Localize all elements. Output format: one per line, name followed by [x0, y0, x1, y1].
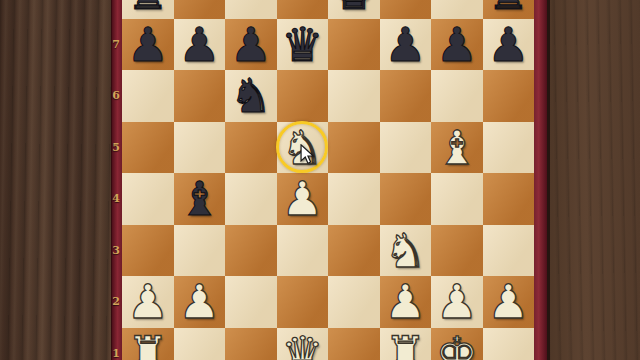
white-pawn-a2[interactable]: ♟: [122, 276, 174, 328]
square-c7[interactable]: ♟: [225, 19, 277, 71]
square-e3[interactable]: [328, 225, 380, 277]
rank-label-3: 3: [110, 244, 122, 257]
white-knight-f3[interactable]: ♞: [380, 225, 432, 277]
square-d2[interactable]: [277, 276, 329, 328]
white-pawn-d4[interactable]: ♟: [277, 173, 329, 225]
square-e2[interactable]: [328, 276, 380, 328]
black-rook-a8[interactable]: ♜: [122, 0, 174, 19]
square-b4[interactable]: ♝: [174, 173, 226, 225]
square-h7[interactable]: ♟: [483, 19, 535, 71]
black-bishop-b4[interactable]: ♝: [174, 173, 226, 225]
square-d1[interactable]: ♛: [277, 328, 329, 360]
square-e6[interactable]: [328, 70, 380, 122]
square-h5[interactable]: [483, 122, 535, 174]
square-f2[interactable]: ♟: [380, 276, 432, 328]
square-g5[interactable]: ♝: [431, 122, 483, 174]
square-c1[interactable]: [225, 328, 277, 360]
black-pawn-g7[interactable]: ♟: [431, 19, 483, 71]
mouse-cursor-icon: [300, 144, 315, 165]
chess-app-window: 7654321 ♜♚♜♟♟♟♛♟♟♟♞♞♝♝♟♞♟♟♟♟♟♜♛♜♚: [0, 0, 640, 360]
square-b7[interactable]: ♟: [174, 19, 226, 71]
square-g2[interactable]: ♟: [431, 276, 483, 328]
square-g7[interactable]: ♟: [431, 19, 483, 71]
square-d7[interactable]: ♛: [277, 19, 329, 71]
square-d6[interactable]: [277, 70, 329, 122]
square-f1[interactable]: ♜: [380, 328, 432, 360]
chess-board[interactable]: ♜♚♜♟♟♟♛♟♟♟♞♞♝♝♟♞♟♟♟♟♟♜♛♜♚: [122, 0, 534, 360]
square-f7[interactable]: ♟: [380, 19, 432, 71]
square-c5[interactable]: [225, 122, 277, 174]
square-b5[interactable]: [174, 122, 226, 174]
square-c2[interactable]: [225, 276, 277, 328]
board-frame-right: [533, 0, 550, 360]
square-a6[interactable]: [122, 70, 174, 122]
square-a7[interactable]: ♟: [122, 19, 174, 71]
square-c8[interactable]: [225, 0, 277, 19]
square-e7[interactable]: [328, 19, 380, 71]
square-c4[interactable]: [225, 173, 277, 225]
square-b3[interactable]: [174, 225, 226, 277]
black-pawn-b7[interactable]: ♟: [174, 19, 226, 71]
black-pawn-f7[interactable]: ♟: [380, 19, 432, 71]
black-rook-h8[interactable]: ♜: [483, 0, 535, 19]
square-a8[interactable]: ♜: [122, 0, 174, 19]
square-e5[interactable]: [328, 122, 380, 174]
white-rook-a1[interactable]: ♜: [122, 328, 174, 360]
white-queen-d1[interactable]: ♛: [277, 328, 329, 360]
square-d8[interactable]: [277, 0, 329, 19]
square-g1[interactable]: ♚: [431, 328, 483, 360]
square-d4[interactable]: ♟: [277, 173, 329, 225]
square-a4[interactable]: [122, 173, 174, 225]
square-g8[interactable]: [431, 0, 483, 19]
white-pawn-f2[interactable]: ♟: [380, 276, 432, 328]
square-h1[interactable]: [483, 328, 535, 360]
square-b6[interactable]: [174, 70, 226, 122]
square-e4[interactable]: [328, 173, 380, 225]
square-h3[interactable]: [483, 225, 535, 277]
square-d3[interactable]: [277, 225, 329, 277]
square-h4[interactable]: [483, 173, 535, 225]
rank-label-4: 4: [110, 192, 122, 205]
rank-label-1: 1: [110, 347, 122, 360]
white-rook-f1[interactable]: ♜: [380, 328, 432, 360]
rank-label-2: 2: [110, 295, 122, 308]
square-f5[interactable]: [380, 122, 432, 174]
square-b8[interactable]: [174, 0, 226, 19]
rank-label-6: 6: [110, 89, 122, 102]
black-queen-d7[interactable]: ♛: [277, 19, 329, 71]
square-g6[interactable]: [431, 70, 483, 122]
square-e1[interactable]: [328, 328, 380, 360]
square-a2[interactable]: ♟: [122, 276, 174, 328]
white-king-g1[interactable]: ♚: [431, 328, 483, 360]
square-f8[interactable]: [380, 0, 432, 19]
square-f3[interactable]: ♞: [380, 225, 432, 277]
black-pawn-h7[interactable]: ♟: [483, 19, 535, 71]
square-e8[interactable]: ♚: [328, 0, 380, 19]
white-pawn-b2[interactable]: ♟: [174, 276, 226, 328]
square-h2[interactable]: ♟: [483, 276, 535, 328]
wood-background-right: [549, 0, 640, 360]
square-a5[interactable]: [122, 122, 174, 174]
black-pawn-c7[interactable]: ♟: [225, 19, 277, 71]
square-a1[interactable]: ♜: [122, 328, 174, 360]
square-a3[interactable]: [122, 225, 174, 277]
square-b2[interactable]: ♟: [174, 276, 226, 328]
black-knight-c6[interactable]: ♞: [225, 70, 277, 122]
white-pawn-g2[interactable]: ♟: [431, 276, 483, 328]
square-b1[interactable]: [174, 328, 226, 360]
square-f4[interactable]: [380, 173, 432, 225]
rank-label-7: 7: [110, 38, 122, 51]
white-pawn-h2[interactable]: ♟: [483, 276, 535, 328]
black-pawn-a7[interactable]: ♟: [122, 19, 174, 71]
square-g4[interactable]: [431, 173, 483, 225]
square-f6[interactable]: [380, 70, 432, 122]
square-h8[interactable]: ♜: [483, 0, 535, 19]
rank-label-5: 5: [110, 141, 122, 154]
square-g3[interactable]: [431, 225, 483, 277]
wood-background-left: [0, 0, 112, 360]
square-c3[interactable]: [225, 225, 277, 277]
square-c6[interactable]: ♞: [225, 70, 277, 122]
white-bishop-g5[interactable]: ♝: [431, 122, 483, 174]
square-h6[interactable]: [483, 70, 535, 122]
black-king-e8[interactable]: ♚: [328, 0, 380, 19]
